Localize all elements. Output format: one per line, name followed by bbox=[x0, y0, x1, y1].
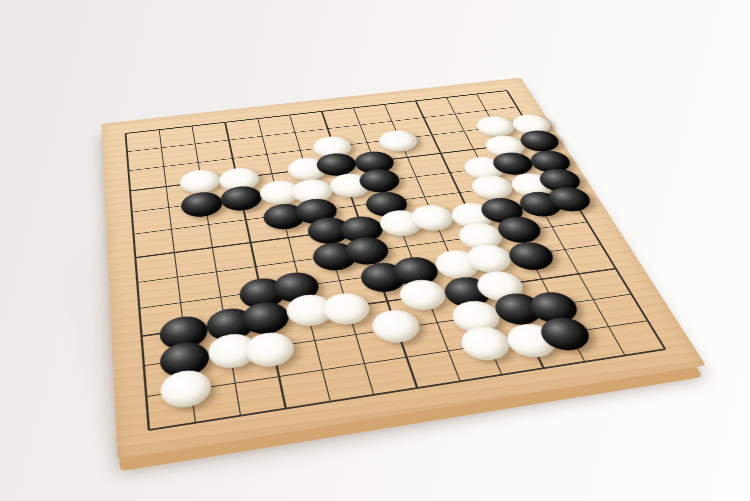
stone-white[interactable]: ○ bbox=[455, 324, 515, 363]
black-stone-glyph: ● bbox=[181, 330, 187, 335]
grid-line-horizontal bbox=[126, 90, 508, 134]
black-stone-glyph: ● bbox=[293, 284, 300, 289]
black-stone-glyph: ● bbox=[380, 274, 387, 279]
stone-black[interactable]: ● bbox=[535, 314, 596, 353]
white-stone-glyph: ○ bbox=[492, 124, 498, 127]
stone-white[interactable]: ○ bbox=[243, 330, 297, 370]
white-stone-glyph: ○ bbox=[501, 144, 507, 148]
grid-line-vertical bbox=[125, 133, 150, 430]
black-stone-glyph: ● bbox=[384, 202, 390, 206]
white-stone-glyph: ○ bbox=[392, 324, 399, 329]
stone-black[interactable]: ● bbox=[237, 276, 288, 311]
grid-line-vertical bbox=[224, 122, 286, 409]
stone-white[interactable]: ○ bbox=[375, 128, 420, 153]
stone-white[interactable]: ○ bbox=[159, 367, 213, 410]
stone-white[interactable]: ○ bbox=[178, 168, 222, 195]
white-stone-glyph: ○ bbox=[197, 179, 203, 183]
white-stone-glyph: ○ bbox=[395, 139, 401, 142]
white-stone-glyph: ○ bbox=[278, 190, 284, 194]
black-stone-glyph: ● bbox=[331, 254, 337, 259]
white-stone-glyph: ○ bbox=[347, 184, 353, 188]
white-stone-glyph: ○ bbox=[528, 123, 534, 126]
black-stone-glyph: ● bbox=[182, 357, 189, 363]
black-stone-glyph: ● bbox=[499, 208, 506, 212]
stone-black[interactable]: ● bbox=[204, 306, 256, 344]
photo-backdrop: ○○○○○○○●●○●●●○○○●○●●●●●○○●●●○○○●●●●●○●●●… bbox=[0, 0, 750, 501]
white-stone-glyph: ○ bbox=[527, 337, 535, 342]
black-stone-glyph: ● bbox=[333, 163, 339, 167]
white-stone-glyph: ○ bbox=[481, 166, 487, 170]
black-stone-glyph: ● bbox=[509, 162, 515, 166]
white-stone-glyph: ○ bbox=[398, 221, 404, 225]
stone-white[interactable]: ○ bbox=[472, 269, 529, 304]
stone-black[interactable]: ● bbox=[239, 299, 292, 336]
white-stone-glyph: ○ bbox=[229, 348, 236, 354]
white-stone-glyph: ○ bbox=[472, 314, 479, 319]
black-stone-glyph: ● bbox=[528, 253, 535, 258]
white-stone-glyph: ○ bbox=[419, 292, 426, 297]
black-stone-glyph: ● bbox=[550, 305, 558, 310]
stone-black[interactable]: ● bbox=[159, 340, 212, 381]
black-stone-glyph: ● bbox=[363, 249, 370, 254]
black-stone-glyph: ● bbox=[259, 290, 265, 295]
white-stone-glyph: ○ bbox=[266, 347, 273, 353]
stone-black[interactable]: ● bbox=[357, 260, 410, 294]
grid-line-horizontal bbox=[137, 221, 587, 283]
go-board[interactable]: ○○○○○○○●●○●●●○○○●○●●●●●○○●●●○○○●●●●●○●●●… bbox=[101, 77, 706, 459]
black-stone-glyph: ● bbox=[238, 196, 244, 200]
grid-line-horizontal bbox=[144, 293, 632, 366]
black-stone-glyph: ● bbox=[358, 227, 364, 231]
stone-black[interactable]: ● bbox=[271, 270, 323, 305]
stone-white[interactable]: ○ bbox=[396, 277, 451, 313]
grid-line-horizontal bbox=[139, 244, 601, 309]
grid-line-horizontal bbox=[146, 320, 648, 397]
white-stone-glyph: ○ bbox=[469, 213, 476, 217]
stone-white[interactable]: ○ bbox=[407, 203, 458, 233]
black-stone-glyph: ● bbox=[515, 306, 523, 311]
stone-black[interactable]: ● bbox=[309, 240, 360, 273]
white-stone-glyph: ○ bbox=[485, 256, 492, 261]
white-stone-glyph: ○ bbox=[477, 234, 484, 238]
stone-white[interactable]: ○ bbox=[462, 242, 517, 275]
black-stone-glyph: ● bbox=[464, 290, 471, 295]
black-stone-glyph: ● bbox=[536, 139, 542, 142]
black-stone-glyph: ● bbox=[537, 202, 544, 206]
black-stone-glyph: ● bbox=[547, 160, 553, 164]
black-stone-glyph: ● bbox=[313, 209, 319, 213]
black-stone-glyph: ● bbox=[326, 228, 332, 232]
black-stone-glyph: ● bbox=[412, 269, 419, 274]
black-stone-glyph: ● bbox=[516, 228, 523, 232]
black-stone-glyph: ● bbox=[556, 178, 563, 182]
black-stone-glyph: ● bbox=[282, 214, 288, 218]
grid-line-horizontal bbox=[141, 268, 616, 337]
white-stone-glyph: ○ bbox=[528, 183, 535, 187]
stone-black[interactable]: ● bbox=[525, 290, 584, 327]
stone-white[interactable]: ○ bbox=[284, 292, 337, 329]
stone-black[interactable]: ● bbox=[337, 214, 387, 245]
black-stone-glyph: ● bbox=[561, 331, 569, 336]
white-stone-glyph: ○ bbox=[481, 340, 489, 346]
stone-black[interactable]: ● bbox=[341, 235, 392, 267]
stone-white[interactable]: ○ bbox=[319, 291, 373, 328]
black-stone-glyph: ● bbox=[377, 179, 383, 183]
white-stone-glyph: ○ bbox=[496, 283, 503, 288]
white-stone-glyph: ○ bbox=[342, 306, 349, 311]
white-stone-glyph: ○ bbox=[489, 185, 496, 189]
stones-layer: ○○○○○○○●●○●●●○○○●○●●●●●○○●●●○○○●●●●●○●●●… bbox=[101, 77, 520, 123]
stone-black[interactable]: ● bbox=[179, 190, 224, 219]
white-stone-glyph: ○ bbox=[307, 307, 314, 312]
board-surface[interactable]: ○○○○○○○●●○●●●○○○●○●●●●●○○●●●○○○●●●●●○●●●… bbox=[101, 77, 706, 459]
stone-white[interactable]: ○ bbox=[447, 299, 505, 336]
black-stone-glyph: ● bbox=[372, 161, 378, 165]
white-stone-glyph: ○ bbox=[309, 189, 315, 193]
stone-black[interactable]: ● bbox=[490, 291, 548, 328]
white-stone-glyph: ○ bbox=[454, 262, 461, 267]
black-stone-glyph: ● bbox=[227, 322, 234, 327]
black-stone-glyph: ● bbox=[262, 315, 269, 320]
black-stone-glyph: ● bbox=[199, 203, 205, 207]
stone-black[interactable]: ● bbox=[439, 275, 495, 310]
white-stone-glyph: ○ bbox=[329, 145, 335, 149]
white-stone-glyph: ○ bbox=[304, 167, 310, 171]
stone-black[interactable]: ● bbox=[504, 240, 559, 273]
stone-white[interactable]: ○ bbox=[501, 321, 562, 360]
black-stone-glyph: ● bbox=[566, 197, 573, 201]
stone-black[interactable]: ● bbox=[159, 314, 210, 353]
stone-white[interactable]: ○ bbox=[206, 331, 260, 371]
white-stone-glyph: ○ bbox=[183, 385, 190, 391]
stone-black[interactable]: ● bbox=[389, 254, 443, 288]
stone-white[interactable]: ○ bbox=[430, 248, 484, 281]
white-stone-glyph: ○ bbox=[236, 177, 242, 181]
stone-white[interactable]: ○ bbox=[368, 308, 424, 346]
white-stone-glyph: ○ bbox=[429, 216, 436, 220]
stone-white[interactable]: ○ bbox=[472, 114, 519, 138]
